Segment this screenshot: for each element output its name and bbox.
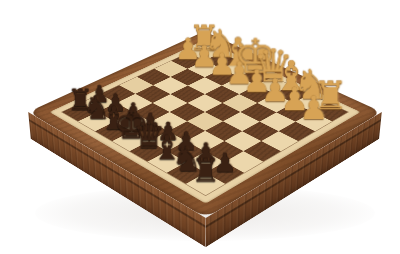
chess-box: ♜♞♝♚♛♝♞♜♟♟♟♟♟♟♟♟♟♟♟♟♟♟♟♟♜♞♝♚♛♝♞♜	[28, 31, 382, 218]
chess-set-photo: ♜♞♝♚♛♝♞♜♟♟♟♟♟♟♟♟♟♟♟♟♟♟♟♟♜♞♝♚♛♝♞♜	[0, 0, 400, 254]
pawn-glyph: ♟	[263, 92, 364, 124]
rook-glyph: ♜	[151, 155, 261, 187]
scene: ♜♞♝♚♛♝♞♜♟♟♟♟♟♟♟♟♟♟♟♟♟♟♟♟♜♞♝♚♛♝♞♜	[0, 0, 400, 254]
